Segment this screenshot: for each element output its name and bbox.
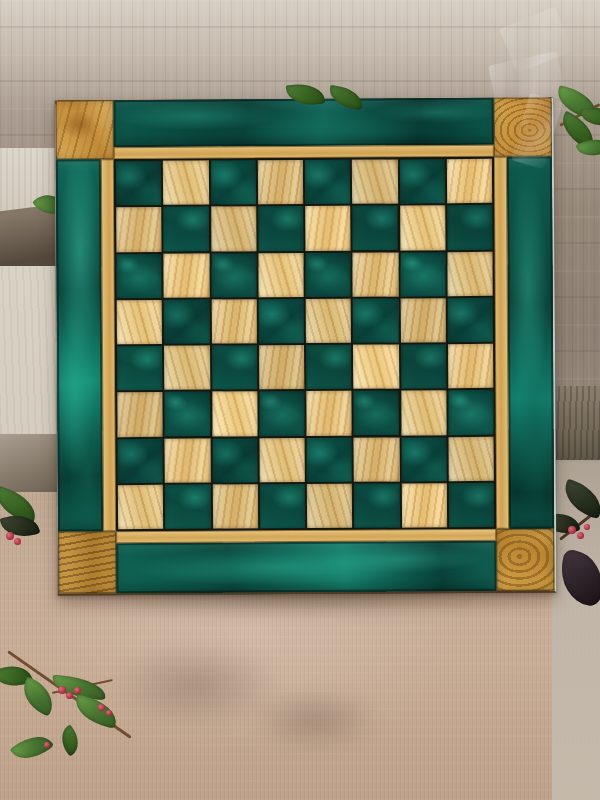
square-e6[interactable] bbox=[305, 252, 351, 297]
square-b1[interactable] bbox=[165, 484, 211, 529]
square-h5[interactable] bbox=[447, 298, 493, 343]
square-a3[interactable] bbox=[117, 392, 163, 437]
scene bbox=[0, 0, 600, 800]
square-g7[interactable] bbox=[400, 205, 446, 250]
dark-leaf-berry bbox=[577, 532, 584, 539]
square-c8[interactable] bbox=[210, 160, 256, 205]
square-f1[interactable] bbox=[354, 483, 400, 528]
square-g4[interactable] bbox=[400, 344, 446, 389]
square-h6[interactable] bbox=[447, 251, 493, 296]
square-b5[interactable] bbox=[164, 299, 210, 344]
square-c6[interactable] bbox=[211, 253, 257, 298]
square-a1[interactable] bbox=[118, 485, 164, 530]
leaf-cluster-left-lower-berry bbox=[6, 532, 14, 540]
square-h4[interactable] bbox=[448, 344, 494, 389]
sprig-berry bbox=[58, 686, 66, 694]
sprig-berry bbox=[66, 692, 73, 699]
square-b7[interactable] bbox=[163, 207, 209, 252]
sprig-berry bbox=[44, 742, 50, 748]
square-d2[interactable] bbox=[259, 438, 305, 483]
square-h3[interactable] bbox=[448, 390, 494, 435]
square-g8[interactable] bbox=[399, 159, 445, 204]
resin-border-right bbox=[507, 156, 554, 528]
square-f2[interactable] bbox=[354, 437, 400, 482]
square-c7[interactable] bbox=[211, 207, 257, 252]
square-e2[interactable] bbox=[307, 437, 353, 482]
resin-border-left bbox=[56, 159, 103, 531]
square-f7[interactable] bbox=[352, 206, 398, 251]
square-f3[interactable] bbox=[354, 391, 400, 436]
corner-block-bottom-left bbox=[58, 531, 116, 593]
square-h8[interactable] bbox=[447, 159, 493, 204]
square-b6[interactable] bbox=[164, 253, 210, 298]
sprig-berry bbox=[106, 710, 112, 716]
dark-leaf-berry bbox=[584, 524, 590, 530]
playing-area bbox=[114, 157, 496, 531]
square-d4[interactable] bbox=[259, 345, 305, 390]
square-a6[interactable] bbox=[116, 253, 162, 298]
square-b4[interactable] bbox=[164, 346, 210, 391]
resin-border-bottom bbox=[116, 541, 496, 593]
square-f4[interactable] bbox=[353, 344, 399, 389]
square-a8[interactable] bbox=[116, 161, 162, 206]
square-e4[interactable] bbox=[306, 345, 352, 390]
square-g6[interactable] bbox=[400, 252, 446, 297]
square-g1[interactable] bbox=[401, 483, 447, 528]
chess-board bbox=[54, 97, 556, 595]
square-h1[interactable] bbox=[449, 483, 495, 528]
square-g5[interactable] bbox=[400, 298, 446, 343]
dark-leaf-berry bbox=[568, 526, 576, 534]
square-d7[interactable] bbox=[258, 206, 304, 251]
leaf-cluster-left-lower-berry bbox=[14, 538, 21, 545]
corner-block-top-left bbox=[55, 100, 113, 159]
wood-frame-bottom bbox=[116, 529, 496, 543]
sprig-berry bbox=[98, 704, 105, 711]
square-d1[interactable] bbox=[260, 484, 306, 529]
background-left-cream-slab bbox=[0, 266, 58, 438]
square-c2[interactable] bbox=[212, 438, 258, 483]
square-c4[interactable] bbox=[211, 345, 257, 390]
square-d3[interactable] bbox=[259, 391, 305, 436]
square-a4[interactable] bbox=[117, 346, 163, 391]
square-a2[interactable] bbox=[118, 438, 164, 483]
wood-frame-right bbox=[494, 157, 509, 529]
square-b2[interactable] bbox=[165, 438, 211, 483]
square-d8[interactable] bbox=[258, 160, 304, 205]
square-b3[interactable] bbox=[165, 392, 211, 437]
square-f5[interactable] bbox=[353, 298, 399, 343]
square-h7[interactable] bbox=[447, 205, 493, 250]
square-g2[interactable] bbox=[401, 437, 447, 482]
square-e8[interactable] bbox=[305, 160, 351, 205]
square-f8[interactable] bbox=[352, 159, 398, 204]
square-c1[interactable] bbox=[212, 484, 258, 529]
resin-border-top bbox=[113, 98, 493, 147]
square-a7[interactable] bbox=[116, 207, 162, 252]
square-h2[interactable] bbox=[448, 436, 494, 481]
corner-block-bottom-right bbox=[496, 528, 554, 590]
square-e7[interactable] bbox=[305, 206, 351, 251]
square-e5[interactable] bbox=[306, 298, 352, 343]
square-a5[interactable] bbox=[117, 300, 163, 345]
sprig-shadow bbox=[250, 688, 380, 752]
square-c5[interactable] bbox=[211, 299, 257, 344]
square-b8[interactable] bbox=[163, 161, 209, 206]
square-g3[interactable] bbox=[401, 390, 447, 435]
square-f6[interactable] bbox=[353, 252, 399, 297]
square-c3[interactable] bbox=[212, 392, 258, 437]
square-e1[interactable] bbox=[307, 483, 353, 528]
sprig-berry bbox=[74, 687, 81, 694]
background-left-stone bbox=[0, 434, 60, 492]
square-e3[interactable] bbox=[306, 391, 352, 436]
square-d6[interactable] bbox=[258, 253, 304, 298]
square-d5[interactable] bbox=[258, 299, 304, 344]
